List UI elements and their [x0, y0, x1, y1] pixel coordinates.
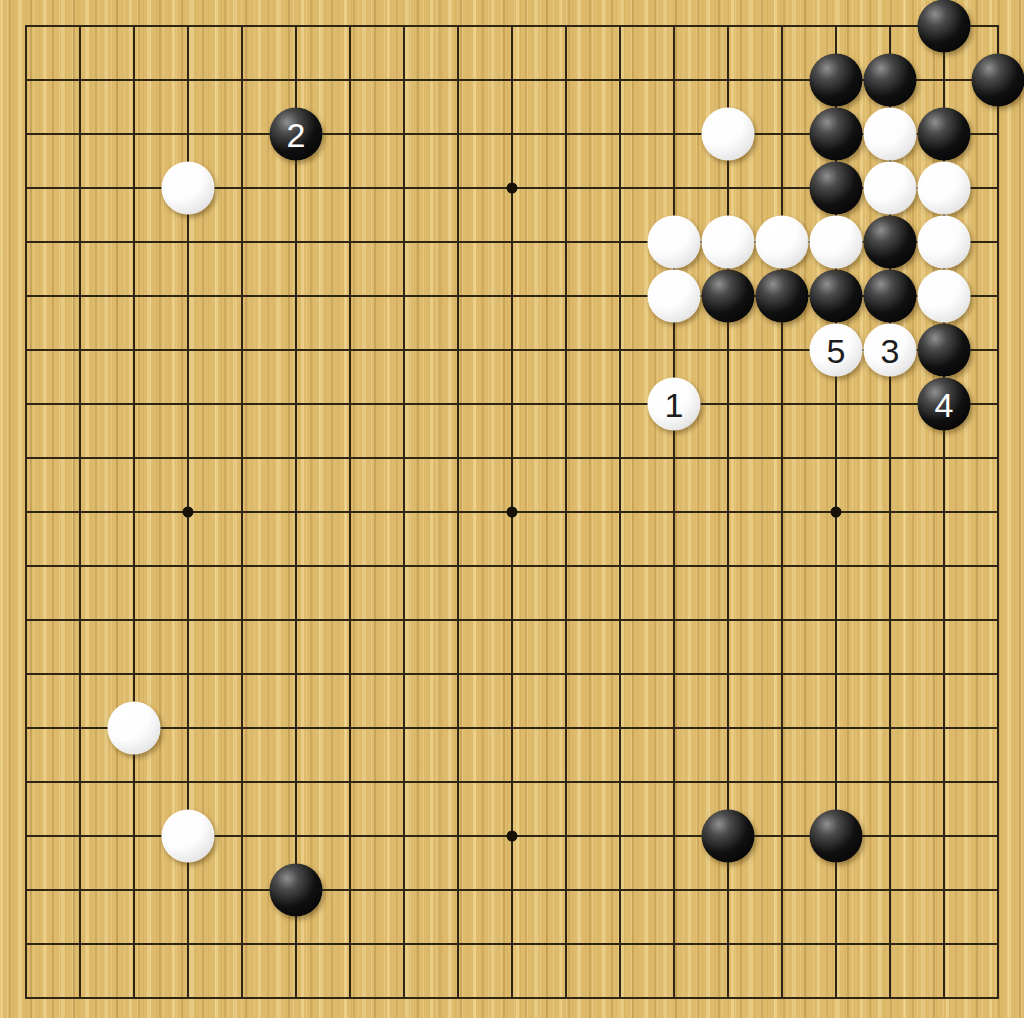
move-number: 1 — [665, 387, 684, 421]
grid-line-horizontal — [25, 727, 999, 729]
black-stone: 2 — [270, 108, 323, 161]
grid-line-horizontal — [25, 889, 999, 891]
white-stone — [648, 216, 701, 269]
white-stone — [162, 810, 215, 863]
black-stone — [810, 810, 863, 863]
star-point — [507, 507, 518, 518]
grid-line-horizontal — [25, 565, 999, 567]
black-stone: 4 — [918, 378, 971, 431]
move-number: 4 — [935, 387, 954, 421]
star-point — [831, 507, 842, 518]
white-stone — [702, 216, 755, 269]
white-stone — [810, 216, 863, 269]
white-stone — [162, 162, 215, 215]
white-stone — [864, 162, 917, 215]
move-number: 2 — [287, 117, 306, 151]
move-number: 5 — [827, 333, 846, 367]
black-stone — [918, 108, 971, 161]
white-stone — [918, 270, 971, 323]
grid-line-vertical — [781, 25, 783, 999]
grid-line-vertical — [997, 25, 999, 999]
black-stone — [270, 864, 323, 917]
black-stone — [864, 216, 917, 269]
white-stone: 3 — [864, 324, 917, 377]
white-stone: 5 — [810, 324, 863, 377]
black-stone — [864, 54, 917, 107]
grid-line-horizontal — [25, 943, 999, 945]
white-stone — [648, 270, 701, 323]
white-stone — [108, 702, 161, 755]
black-stone — [810, 108, 863, 161]
black-stone — [702, 810, 755, 863]
grid-line-horizontal — [25, 997, 999, 999]
black-stone — [972, 54, 1024, 107]
star-point — [183, 507, 194, 518]
white-stone — [864, 108, 917, 161]
grid-line-horizontal — [25, 673, 999, 675]
black-stone — [810, 54, 863, 107]
go-board[interactable]: 24531 — [0, 0, 1024, 1018]
black-stone — [864, 270, 917, 323]
move-number: 3 — [881, 333, 900, 367]
white-stone — [702, 108, 755, 161]
star-point — [507, 183, 518, 194]
grid-line-vertical — [565, 25, 567, 999]
black-stone — [810, 162, 863, 215]
black-stone — [918, 0, 971, 53]
black-stone — [918, 324, 971, 377]
star-point — [507, 831, 518, 842]
white-stone — [918, 162, 971, 215]
grid-line-vertical — [673, 25, 675, 999]
white-stone — [918, 216, 971, 269]
black-stone — [702, 270, 755, 323]
grid-line-vertical — [619, 25, 621, 999]
grid-line-horizontal — [25, 781, 999, 783]
grid-line-horizontal — [25, 619, 999, 621]
black-stone — [756, 270, 809, 323]
white-stone — [756, 216, 809, 269]
white-stone: 1 — [648, 378, 701, 431]
black-stone — [810, 270, 863, 323]
